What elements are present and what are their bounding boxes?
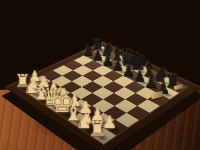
square-h1[interactable]: ♜ — [91, 128, 116, 144]
chess-scene: ♜♞♝♛♚♝♞♜♟♟♟♟♟♟♟♟♟♟♟♟♟♟♟♟♜♞♝♛♚♝♞♜ — [0, 0, 200, 150]
square-h4[interactable] — [126, 106, 149, 120]
board-frame: ♜♞♝♛♚♝♞♜♟♟♟♟♟♟♟♟♟♟♟♟♟♟♟♟♜♞♝♛♚♝♞♜ — [4, 41, 200, 150]
white-rook[interactable]: ♜ — [80, 118, 114, 139]
board-3d-tilt: ♜♞♝♛♚♝♞♜♟♟♟♟♟♟♟♟♟♟♟♟♟♟♟♟♜♞♝♛♚♝♞♜ — [4, 41, 200, 150]
perspective-wrapper: ♜♞♝♛♚♝♞♜♟♟♟♟♟♟♟♟♟♟♟♟♟♟♟♟♜♞♝♛♚♝♞♜ — [0, 0, 200, 150]
